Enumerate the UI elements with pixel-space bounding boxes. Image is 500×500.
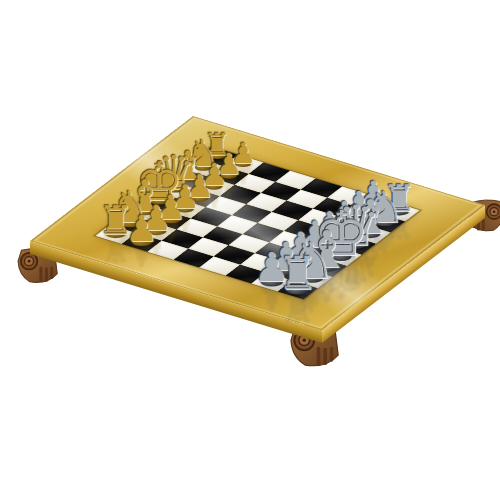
rook-glyph: ♜ (277, 251, 318, 297)
chess-set-photo: ♜♜♞♞♝♝♛♛♚♚♝♝♞♞♜♜♟♟♟♟♟♟♟♟♟♟♟♟♟♟♟♟♟♟♟♟♟♟♟♟… (0, 0, 500, 500)
pawn-glyph: ♟ (126, 212, 158, 248)
